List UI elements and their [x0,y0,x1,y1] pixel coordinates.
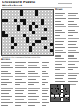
clue-text-line [28,99,37,100]
across-clue-column [1,62,13,107]
clue-text-line [15,99,24,100]
clue-text-line [28,73,38,74]
across-clue-column [28,62,40,107]
down-clue-column [55,13,66,87]
across-clue-column [42,62,50,107]
worksheet-page: Crossword Puzzle Worksheet Complete the … [0,0,80,109]
clue-text-line [42,82,49,83]
clue-text-line [1,73,11,74]
clue-text-line [55,47,65,48]
clue-text-line [15,102,27,103]
clue-text-line [55,13,65,14]
clue-text-line [15,65,24,66]
clue-text-line [42,73,48,74]
clue-text-line [1,84,7,85]
clue-text-line [42,93,47,94]
clue-text-line [68,81,79,82]
clue-text-line [42,102,50,103]
clue-text-line [55,64,62,65]
clue-text-line [68,55,74,56]
clue-text-line [1,93,9,94]
clue-text-line [15,67,27,68]
down-heading: Down [55,9,63,12]
clue-text-line [15,71,22,72]
clue-text-line [68,13,79,14]
clue-text-line [28,102,40,103]
clue-text-line [55,24,64,25]
clue-text-line [55,35,60,36]
clue-text-line [68,75,77,76]
clue-text-line [68,58,78,59]
clue-text-line [15,88,27,89]
clue-text-line [55,32,65,33]
clue-text-line [42,88,50,89]
clue-text-line [42,99,48,100]
clue-text-line [68,18,80,19]
clue-text-line [1,79,9,80]
clue-text-line [42,62,49,63]
clue-text-line [42,65,48,66]
clue-text-line [15,76,27,77]
clue-text-line [68,67,79,68]
clue-text-line [55,73,66,74]
grid-cell [68,100,69,101]
clue-text-line [68,41,77,42]
clue-text-line [1,67,13,68]
clue-text-line [1,96,12,97]
clue-text-line [68,21,74,22]
clue-text-line [15,105,22,106]
clue-text-line [42,96,49,97]
clue-text-line [42,79,47,80]
clue-text-line [55,21,61,22]
clue-text-line [68,61,80,62]
clue-text-line [15,84,21,85]
grid-cell[interactable] [50,52,53,55]
clue-text-line [15,93,23,94]
clue-text-line [68,35,74,36]
clue-text-line [1,88,13,89]
clue-text-line [15,79,23,80]
clue-text-line [42,90,48,91]
clue-text-line [42,105,46,106]
clue-text-line [55,38,66,39]
clue-text-line [28,93,36,94]
clue-text-line [68,50,77,51]
clue-text-line [42,67,50,68]
clue-text-line [55,78,63,79]
clue-text-line [55,58,64,59]
clue-text-line [68,78,76,79]
clue-text-line [15,90,25,91]
clue-text-line [55,50,63,51]
clue-text-line [15,73,25,74]
clue-text-line [68,24,78,25]
clue-text-line [28,96,39,97]
down-clue-column [68,13,80,87]
crossword-grid[interactable] [1,9,54,56]
clue-text-line [68,69,74,70]
clue-text-line [55,15,63,16]
clue-text-line [68,32,79,33]
across-clue-column [15,62,27,107]
clue-text-line [1,65,10,66]
clue-text-line [68,64,75,65]
clue-text-line [55,41,64,42]
clue-text-line [28,82,39,83]
clue-text-line [55,69,60,70]
clue-text-line [42,71,46,72]
clue-text-line [15,82,26,83]
clue-text-line [1,76,13,77]
clue-text-line [1,71,8,72]
clue-text-line [1,62,12,63]
clue-text-line [68,26,80,27]
clue-text-line [68,47,79,48]
clue-text-line [55,26,66,27]
clue-text-line [55,52,66,53]
clue-text-line [42,84,46,85]
clue-text-line [28,76,40,77]
clue-text-line [68,73,80,74]
clue-text-line [68,30,75,31]
clue-text-line [68,38,80,39]
clue-text-line [1,105,8,106]
across-heading: Across [1,59,10,62]
clue-text-line [68,44,76,45]
page-title: Crossword Puzzle Worksheet [2,1,54,6]
clue-text-line [28,90,38,91]
clue-text-line [28,84,34,85]
clue-text-line [55,61,66,62]
clue-text-line [28,105,35,106]
clue-text-line [1,82,12,83]
clue-text-line [1,90,11,91]
clue-text-line [1,102,13,103]
clue-text-line [55,81,65,82]
clue-text-line [28,62,39,63]
clue-text-line [55,67,65,68]
clue-text-line [68,52,80,53]
clue-text-line [28,88,40,89]
clue-text-line [55,44,63,45]
clue-text-line [28,67,40,68]
clue-text-line [28,71,35,72]
header-right-text [58,3,72,4]
clue-text-line [28,79,36,80]
clue-text-line [42,76,50,77]
clue-text-line [15,62,26,63]
clue-text-line [28,65,37,66]
clue-text-line [55,75,64,76]
clue-text-line [1,99,10,100]
clue-text-line [55,18,66,19]
clue-text-line [68,15,77,16]
clue-text-line [55,30,62,31]
clue-text-line [15,96,26,97]
answer-key-grid [50,84,70,102]
clue-text-line [55,55,61,56]
